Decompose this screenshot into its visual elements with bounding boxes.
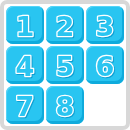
tile-5-digit: 5 xyxy=(46,46,84,84)
svg-text:2: 2 xyxy=(56,11,75,42)
tile-7[interactable]: 7 xyxy=(6,86,44,124)
empty-cell xyxy=(86,86,124,124)
tile-2[interactable]: 2 xyxy=(46,6,84,44)
tile-1-digit: 1 xyxy=(6,6,44,44)
svg-text:5: 5 xyxy=(56,51,75,82)
tile-4-digit: 4 xyxy=(6,46,44,84)
tile-8-digit: 8 xyxy=(46,86,84,124)
puzzle-board: 1 2 3 4 5 6 xyxy=(6,6,124,124)
tile-7-digit: 7 xyxy=(6,86,44,124)
svg-text:4: 4 xyxy=(16,51,35,82)
puzzle-frame: 1 2 3 4 5 6 xyxy=(0,0,130,130)
svg-text:7: 7 xyxy=(16,91,35,122)
tile-4[interactable]: 4 xyxy=(6,46,44,84)
tile-6-digit: 6 xyxy=(86,46,124,84)
tile-2-digit: 2 xyxy=(46,6,84,44)
tile-3-digit: 3 xyxy=(86,6,124,44)
svg-text:3: 3 xyxy=(96,11,115,42)
tile-1[interactable]: 1 xyxy=(6,6,44,44)
tile-6[interactable]: 6 xyxy=(86,46,124,84)
svg-text:8: 8 xyxy=(56,91,75,122)
svg-text:1: 1 xyxy=(16,11,35,42)
tile-3[interactable]: 3 xyxy=(86,6,124,44)
svg-text:6: 6 xyxy=(96,51,115,82)
tile-8[interactable]: 8 xyxy=(46,86,84,124)
tile-5[interactable]: 5 xyxy=(46,46,84,84)
